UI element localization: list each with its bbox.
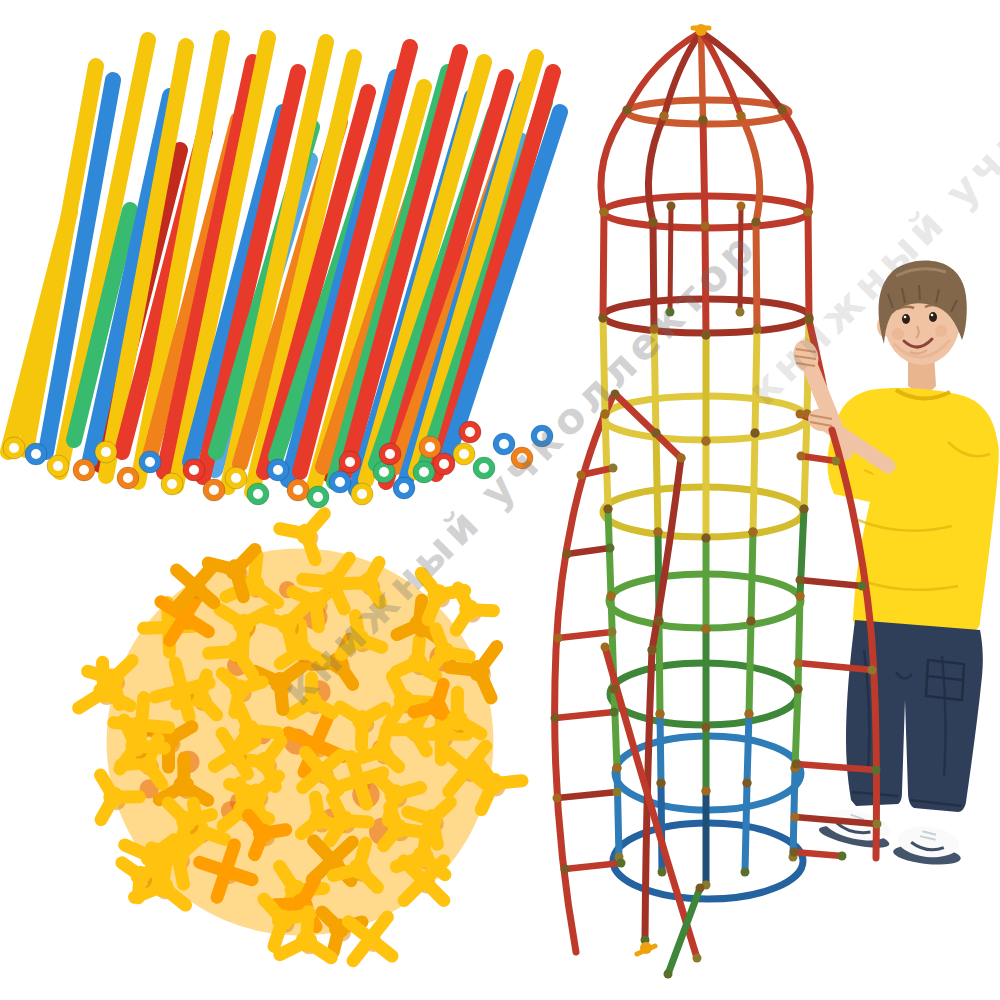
boy-eye-glint-right: [931, 314, 934, 317]
rocket-tower: [551, 24, 837, 979]
boy-eye-glint-left: [904, 316, 907, 319]
connector-pile: [79, 514, 522, 961]
product-photo: книжный учколлектор книжный учколлектор: [0, 0, 1000, 1000]
boy-eye-right: [929, 312, 937, 322]
boy-shoe-right: [817, 804, 894, 852]
boy-blush-right: [935, 325, 947, 337]
scene-canvas: [0, 0, 1000, 1000]
boy-jeans: [846, 620, 983, 812]
boy-shoe-left: [892, 824, 963, 868]
boy: [790, 261, 999, 868]
boy-blush-left: [892, 328, 904, 340]
boy-eye-left: [902, 314, 910, 324]
